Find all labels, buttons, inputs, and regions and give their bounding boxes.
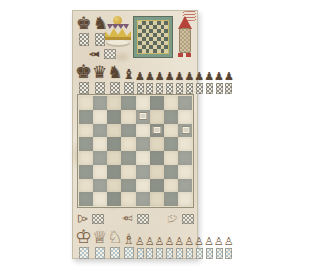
board-cell — [178, 96, 192, 110]
crown-pennant-band — [107, 24, 129, 29]
pawn-piece-glyph: ♟ — [204, 71, 214, 82]
checkered-pedestal — [95, 33, 105, 46]
board-cell — [107, 96, 121, 110]
pawn-piece-glyph: ♙ — [204, 236, 214, 247]
board-cell — [107, 137, 121, 151]
checkered-pedestal — [156, 83, 163, 94]
pawn-piece-glyph: ♙ — [194, 236, 204, 247]
checkered-pedestal — [186, 83, 193, 94]
board-cell — [150, 165, 164, 179]
dark-row-pawn: ♟ — [145, 71, 155, 94]
mini-board-cell — [164, 49, 168, 53]
board-cell — [150, 137, 164, 151]
checkered-pedestal — [156, 248, 163, 259]
fallen-bishop-glyph: ♗ — [122, 213, 135, 225]
pawn-piece-glyph: ♟ — [224, 71, 234, 82]
checkered-pedestal — [196, 83, 203, 94]
checkered-pedestal — [79, 33, 89, 46]
board-cell — [79, 124, 93, 138]
checkered-pedestal — [176, 248, 183, 259]
checkered-pedestal — [225, 83, 232, 94]
fallen-knight-glyph: ♘ — [167, 213, 180, 225]
queen-piece-glyph: ♕ — [92, 229, 107, 246]
pawn-piece-glyph: ♟ — [135, 71, 145, 82]
light-piece-rank: ♔♕♘♗♙♙♙♙♙♙♙♙♙♙ — [75, 229, 197, 259]
figure-foot — [178, 53, 183, 57]
checkered-pad — [92, 214, 104, 224]
light-row-knight: ♘ — [107, 229, 122, 259]
queen-piece-glyph: ♛ — [92, 64, 107, 81]
bishop-piece-glyph: ♗ — [123, 232, 136, 246]
board-cell — [121, 137, 135, 151]
pawn-piece-glyph: ♙ — [214, 236, 224, 247]
dark-row-knight: ♞ — [107, 64, 122, 94]
scrapbook-sheet: ♚♞ ♝ ♚♛♞♝♟♟♟♟♟♟♟♟♟♟ ♙♗♘ ♔♕♘♗♙♙♙♙♙♙♙♙♙♙ — [72, 10, 198, 259]
board-cell — [164, 165, 178, 179]
checkered-pedestal — [137, 83, 144, 94]
crown-gold-band — [105, 27, 131, 40]
board-cell — [164, 179, 178, 193]
board-cell — [164, 192, 178, 206]
board-cell — [79, 151, 93, 165]
board-cell — [93, 124, 107, 138]
dark-row-pawn: ♟ — [165, 71, 175, 94]
board-cell — [164, 110, 178, 124]
main-chessboard-grid — [79, 96, 192, 206]
checkered-pedestal — [166, 248, 173, 259]
board-cell — [164, 151, 178, 165]
board-cell — [121, 151, 135, 165]
checkered-pedestal — [79, 82, 89, 94]
board-cell — [136, 179, 150, 193]
king-piece-glyph: ♚ — [75, 62, 92, 81]
figure-body — [179, 28, 191, 53]
board-cell — [107, 124, 121, 138]
board-cell — [79, 192, 93, 206]
board-cell — [79, 179, 93, 193]
board-cell — [93, 192, 107, 206]
bishop-piece-glyph: ♝ — [123, 67, 136, 81]
checkered-pedestal — [216, 248, 223, 259]
fallen-bishop-group: ♗ — [122, 212, 149, 225]
board-cell — [93, 110, 107, 124]
dark-row-bishop: ♝ — [123, 67, 136, 94]
dark-row-pawn: ♟ — [204, 71, 214, 94]
board-cell — [178, 110, 192, 124]
checkered-pedestal — [166, 83, 173, 94]
board-cell — [121, 165, 135, 179]
pawn-piece-glyph: ♙ — [224, 236, 234, 247]
checkered-pedestal — [137, 248, 144, 259]
pawn-piece-glyph: ♟ — [145, 71, 155, 82]
top-left-piece-pair: ♚♞ — [76, 13, 108, 46]
checkered-pedestal — [110, 82, 120, 94]
checkered-pedestal — [124, 247, 134, 259]
checkered-pedestal — [95, 82, 105, 94]
dark-row-pawn: ♟ — [214, 71, 224, 94]
top-left_pieces-king: ♚ — [76, 15, 91, 46]
pawn-piece-glyph: ♟ — [165, 71, 175, 82]
dark-row-pawn: ♟ — [135, 71, 145, 94]
light-row-pawn: ♙ — [145, 236, 155, 259]
dark-row-pawn: ♟ — [175, 71, 185, 94]
checkered-pedestal — [196, 248, 203, 259]
checkered-pad — [182, 214, 194, 224]
board-cell — [79, 110, 93, 124]
checkered-pad — [137, 214, 149, 224]
dark-row-pawn: ♟ — [194, 71, 204, 94]
pawn-piece-glyph: ♙ — [155, 236, 165, 247]
board-cell — [121, 110, 135, 124]
red-hooded-figure — [176, 16, 194, 59]
tiny-stamp-mark — [153, 126, 162, 134]
pawn-piece-glyph: ♟ — [214, 71, 224, 82]
board-cell — [136, 165, 150, 179]
board-cell — [136, 151, 150, 165]
pawn-piece-glyph: ♙ — [145, 236, 155, 247]
crown-cushion-base — [106, 40, 130, 47]
dark-row-pawn: ♟ — [224, 71, 234, 94]
board-cell — [93, 137, 107, 151]
board-cell — [136, 137, 150, 151]
dark-row-king: ♚ — [75, 62, 92, 94]
main-chessboard — [77, 94, 194, 208]
light-row-pawn: ♙ — [155, 236, 165, 259]
king-piece-glyph: ♔ — [75, 227, 92, 246]
board-cell — [121, 179, 135, 193]
board-cell — [79, 137, 93, 151]
board-cell — [136, 96, 150, 110]
checkered-pedestal — [206, 83, 213, 94]
light-row-pawn: ♙ — [165, 236, 175, 259]
board-cell — [178, 151, 192, 165]
board-cell — [164, 124, 178, 138]
board-cell — [178, 179, 192, 193]
checkered-pedestal — [186, 248, 193, 259]
fallen-pawn-glyph: ♙ — [76, 213, 89, 225]
board-cell — [93, 151, 107, 165]
checkered-pedestal — [95, 247, 105, 259]
board-cell — [107, 110, 121, 124]
board-cell — [150, 192, 164, 206]
board-cell — [79, 165, 93, 179]
checkered-pedestal — [206, 248, 213, 259]
board-cell — [93, 165, 107, 179]
pawn-piece-glyph: ♙ — [184, 236, 194, 247]
board-cell — [150, 110, 164, 124]
board-cell — [121, 96, 135, 110]
checkered-pedestal — [146, 83, 153, 94]
checkered-pedestal — [124, 82, 134, 94]
pawn-piece-glyph: ♙ — [165, 236, 175, 247]
dark-row-pawn: ♟ — [155, 71, 165, 94]
board-cell — [150, 179, 164, 193]
board-cell — [150, 96, 164, 110]
board-cell — [79, 96, 93, 110]
board-cell — [107, 165, 121, 179]
board-cell — [178, 165, 192, 179]
board-cell — [107, 151, 121, 165]
board-cell — [121, 124, 135, 138]
board-cell — [93, 179, 107, 193]
board-cell — [164, 137, 178, 151]
light-row-king: ♔ — [75, 227, 92, 259]
red-postmark-icon — [183, 10, 197, 21]
king-piece-glyph: ♚ — [76, 15, 91, 32]
light-row-pawn: ♙ — [224, 236, 234, 259]
light-row-pawn: ♙ — [175, 236, 185, 259]
board-cell — [136, 124, 150, 138]
pawn-piece-glyph: ♟ — [184, 71, 194, 82]
light-row-queen: ♕ — [92, 229, 107, 259]
board-cell — [121, 192, 135, 206]
crown-illustration — [105, 16, 131, 47]
light-row-pawn: ♙ — [204, 236, 214, 259]
knight-piece-glyph: ♞ — [107, 64, 122, 81]
checkered-pedestal — [176, 83, 183, 94]
crown-orb-icon — [113, 16, 122, 25]
mini-chessboard-grid — [137, 20, 169, 54]
board-cell — [150, 151, 164, 165]
board-cell — [164, 96, 178, 110]
pawn-piece-glyph: ♟ — [155, 71, 165, 82]
light-row-pawn: ♙ — [135, 236, 145, 259]
checkered-pedestal — [79, 247, 89, 259]
checkered-pedestal — [146, 248, 153, 259]
dark-row-pawn: ♟ — [184, 71, 194, 94]
dark-piece-rank: ♚♛♞♝♟♟♟♟♟♟♟♟♟♟ — [75, 58, 197, 94]
board-cell — [93, 96, 107, 110]
light-row-bishop: ♗ — [123, 232, 136, 259]
light-row-pawn: ♙ — [194, 236, 204, 259]
checkered-pedestal — [110, 247, 120, 259]
board-cell — [178, 137, 192, 151]
board-cell — [136, 192, 150, 206]
tiny-stamp-mark — [138, 112, 147, 120]
checkered-pedestal — [225, 248, 232, 259]
pawn-piece-glyph: ♙ — [175, 236, 185, 247]
dark-row-queen: ♛ — [92, 64, 107, 94]
pawn-piece-glyph: ♟ — [175, 71, 185, 82]
pawn-piece-glyph: ♙ — [135, 236, 145, 247]
board-cell — [178, 192, 192, 206]
mini-chessboard — [133, 16, 173, 58]
checkered-pedestal — [216, 83, 223, 94]
knight-piece-glyph: ♘ — [107, 229, 122, 246]
fallen-knight-group: ♘ — [167, 212, 194, 225]
pawn-piece-glyph: ♟ — [194, 71, 204, 82]
bottom-fallen-pieces: ♙♗♘ — [77, 210, 194, 227]
fallen-pawn-group: ♙ — [77, 212, 104, 225]
light-row-pawn: ♙ — [184, 236, 194, 259]
board-cell — [107, 179, 121, 193]
figure-foot — [186, 53, 191, 57]
light-row-pawn: ♙ — [214, 236, 224, 259]
board-cell — [107, 192, 121, 206]
tiny-stamp-mark — [181, 126, 190, 134]
